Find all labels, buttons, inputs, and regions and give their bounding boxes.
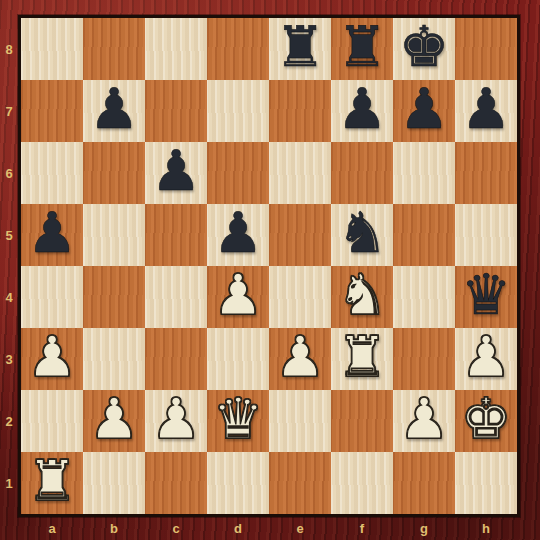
file-label-g: g [393, 517, 455, 540]
square-e7[interactable] [269, 80, 331, 142]
square-b2[interactable]: ♟ [83, 390, 145, 452]
square-g8[interactable]: ♚ [393, 18, 455, 80]
square-a5[interactable]: ♟ [21, 204, 83, 266]
square-c1[interactable] [145, 452, 207, 514]
file-label-e: e [269, 517, 331, 540]
rank-label-5: 5 [0, 204, 18, 266]
rank-label-1: 1 [0, 452, 18, 514]
square-d4[interactable]: ♟ [207, 266, 269, 328]
square-c6[interactable]: ♟ [145, 142, 207, 204]
white-pawn[interactable]: ♟ [213, 264, 263, 326]
square-d7[interactable] [207, 80, 269, 142]
square-e2[interactable] [269, 390, 331, 452]
rank-label-7: 7 [0, 80, 18, 142]
white-pawn[interactable]: ♟ [89, 388, 139, 450]
black-pawn[interactable]: ♟ [213, 202, 263, 264]
square-a7[interactable] [21, 80, 83, 142]
black-pawn[interactable]: ♟ [27, 202, 77, 264]
square-g5[interactable] [393, 204, 455, 266]
square-e1[interactable] [269, 452, 331, 514]
square-b7[interactable]: ♟ [83, 80, 145, 142]
chess-board: ♜♜♚♟♟♟♟♟♟♟♞♟♞♛♟♟♜♟♟♟♛♟♚♜ [18, 15, 520, 517]
rank-label-3: 3 [0, 328, 18, 390]
square-b1[interactable] [83, 452, 145, 514]
square-g6[interactable] [393, 142, 455, 204]
square-c7[interactable] [145, 80, 207, 142]
square-g1[interactable] [393, 452, 455, 514]
square-f5[interactable]: ♞ [331, 204, 393, 266]
black-pawn[interactable]: ♟ [89, 78, 139, 140]
white-king[interactable]: ♚ [461, 388, 511, 450]
black-queen[interactable]: ♛ [461, 264, 511, 326]
square-e4[interactable] [269, 266, 331, 328]
square-f1[interactable] [331, 452, 393, 514]
rank-label-6: 6 [0, 142, 18, 204]
file-label-b: b [83, 517, 145, 540]
square-g7[interactable]: ♟ [393, 80, 455, 142]
square-b8[interactable] [83, 18, 145, 80]
square-d5[interactable]: ♟ [207, 204, 269, 266]
square-a2[interactable] [21, 390, 83, 452]
square-b3[interactable] [83, 328, 145, 390]
square-f4[interactable]: ♞ [331, 266, 393, 328]
rank-label-8: 8 [0, 18, 18, 80]
file-label-h: h [455, 517, 517, 540]
rank-label-2: 2 [0, 390, 18, 452]
white-queen[interactable]: ♛ [213, 388, 263, 450]
white-pawn[interactable]: ♟ [27, 326, 77, 388]
square-d2[interactable]: ♛ [207, 390, 269, 452]
square-b6[interactable] [83, 142, 145, 204]
square-a8[interactable] [21, 18, 83, 80]
square-c3[interactable] [145, 328, 207, 390]
white-knight[interactable]: ♞ [337, 264, 387, 326]
black-pawn[interactable]: ♟ [461, 78, 511, 140]
square-d3[interactable] [207, 328, 269, 390]
square-f6[interactable] [331, 142, 393, 204]
file-label-c: c [145, 517, 207, 540]
square-c5[interactable] [145, 204, 207, 266]
square-a4[interactable] [21, 266, 83, 328]
black-rook[interactable]: ♜ [275, 16, 325, 78]
square-h6[interactable] [455, 142, 517, 204]
black-pawn[interactable]: ♟ [151, 140, 201, 202]
square-e6[interactable] [269, 142, 331, 204]
white-pawn[interactable]: ♟ [461, 326, 511, 388]
black-knight[interactable]: ♞ [337, 202, 387, 264]
square-c8[interactable] [145, 18, 207, 80]
black-pawn[interactable]: ♟ [399, 78, 449, 140]
square-g2[interactable]: ♟ [393, 390, 455, 452]
square-d6[interactable] [207, 142, 269, 204]
square-g3[interactable] [393, 328, 455, 390]
square-a3[interactable]: ♟ [21, 328, 83, 390]
board-frame: ♜♜♚♟♟♟♟♟♟♟♞♟♞♛♟♟♜♟♟♟♛♟♚♜ 87654321abcdefg… [0, 0, 540, 540]
square-c2[interactable]: ♟ [145, 390, 207, 452]
square-h4[interactable]: ♛ [455, 266, 517, 328]
black-rook[interactable]: ♜ [337, 16, 387, 78]
square-e3[interactable]: ♟ [269, 328, 331, 390]
black-king[interactable]: ♚ [399, 16, 449, 78]
white-pawn[interactable]: ♟ [275, 326, 325, 388]
square-a1[interactable]: ♜ [21, 452, 83, 514]
black-pawn[interactable]: ♟ [337, 78, 387, 140]
square-f7[interactable]: ♟ [331, 80, 393, 142]
square-d1[interactable] [207, 452, 269, 514]
rank-label-4: 4 [0, 266, 18, 328]
square-g4[interactable] [393, 266, 455, 328]
white-pawn[interactable]: ♟ [399, 388, 449, 450]
square-e8[interactable]: ♜ [269, 18, 331, 80]
square-b5[interactable] [83, 204, 145, 266]
square-f3[interactable]: ♜ [331, 328, 393, 390]
file-label-d: d [207, 517, 269, 540]
square-h5[interactable] [455, 204, 517, 266]
square-b4[interactable] [83, 266, 145, 328]
square-c4[interactable] [145, 266, 207, 328]
square-e5[interactable] [269, 204, 331, 266]
file-label-a: a [21, 517, 83, 540]
square-h8[interactable] [455, 18, 517, 80]
square-a6[interactable] [21, 142, 83, 204]
white-rook[interactable]: ♜ [27, 450, 77, 512]
white-pawn[interactable]: ♟ [151, 388, 201, 450]
square-h7[interactable]: ♟ [455, 80, 517, 142]
square-h3[interactable]: ♟ [455, 328, 517, 390]
square-f2[interactable] [331, 390, 393, 452]
file-label-f: f [331, 517, 393, 540]
square-f8[interactable]: ♜ [331, 18, 393, 80]
square-h1[interactable] [455, 452, 517, 514]
square-h2[interactable]: ♚ [455, 390, 517, 452]
square-d8[interactable] [207, 18, 269, 80]
white-rook[interactable]: ♜ [337, 326, 387, 388]
